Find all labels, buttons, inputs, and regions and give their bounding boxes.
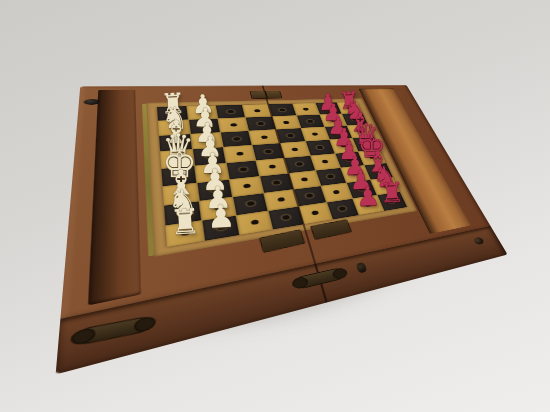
- square-b5: [272, 116, 300, 130]
- square-a1: [157, 106, 188, 120]
- perspective-plane: [157, 102, 407, 247]
- square-b2: [189, 119, 220, 134]
- hinge-icon: [249, 91, 282, 99]
- square-b1: [158, 120, 190, 136]
- square-a2: [187, 106, 217, 120]
- left-storage-slot: [88, 90, 141, 306]
- corner-clasp-icon: [75, 315, 152, 346]
- hook-knob-icon: [356, 262, 368, 274]
- square-c3: [221, 131, 252, 147]
- square-a3: [216, 105, 245, 118]
- square-b3: [219, 118, 249, 133]
- square-a5: [269, 104, 296, 117]
- square-c2: [191, 133, 223, 149]
- photo-scene: ♜♞♝♛♚♝♞♜♟♟♟♟♟♟♟♟♟♟♟♟♟♟♟♟♜♞♝♛♚♝♞♜: [0, 0, 550, 412]
- square-c1: [159, 134, 192, 151]
- square-a6: [293, 103, 320, 115]
- square-c5: [276, 128, 305, 143]
- corner-pin-icon: [473, 237, 485, 246]
